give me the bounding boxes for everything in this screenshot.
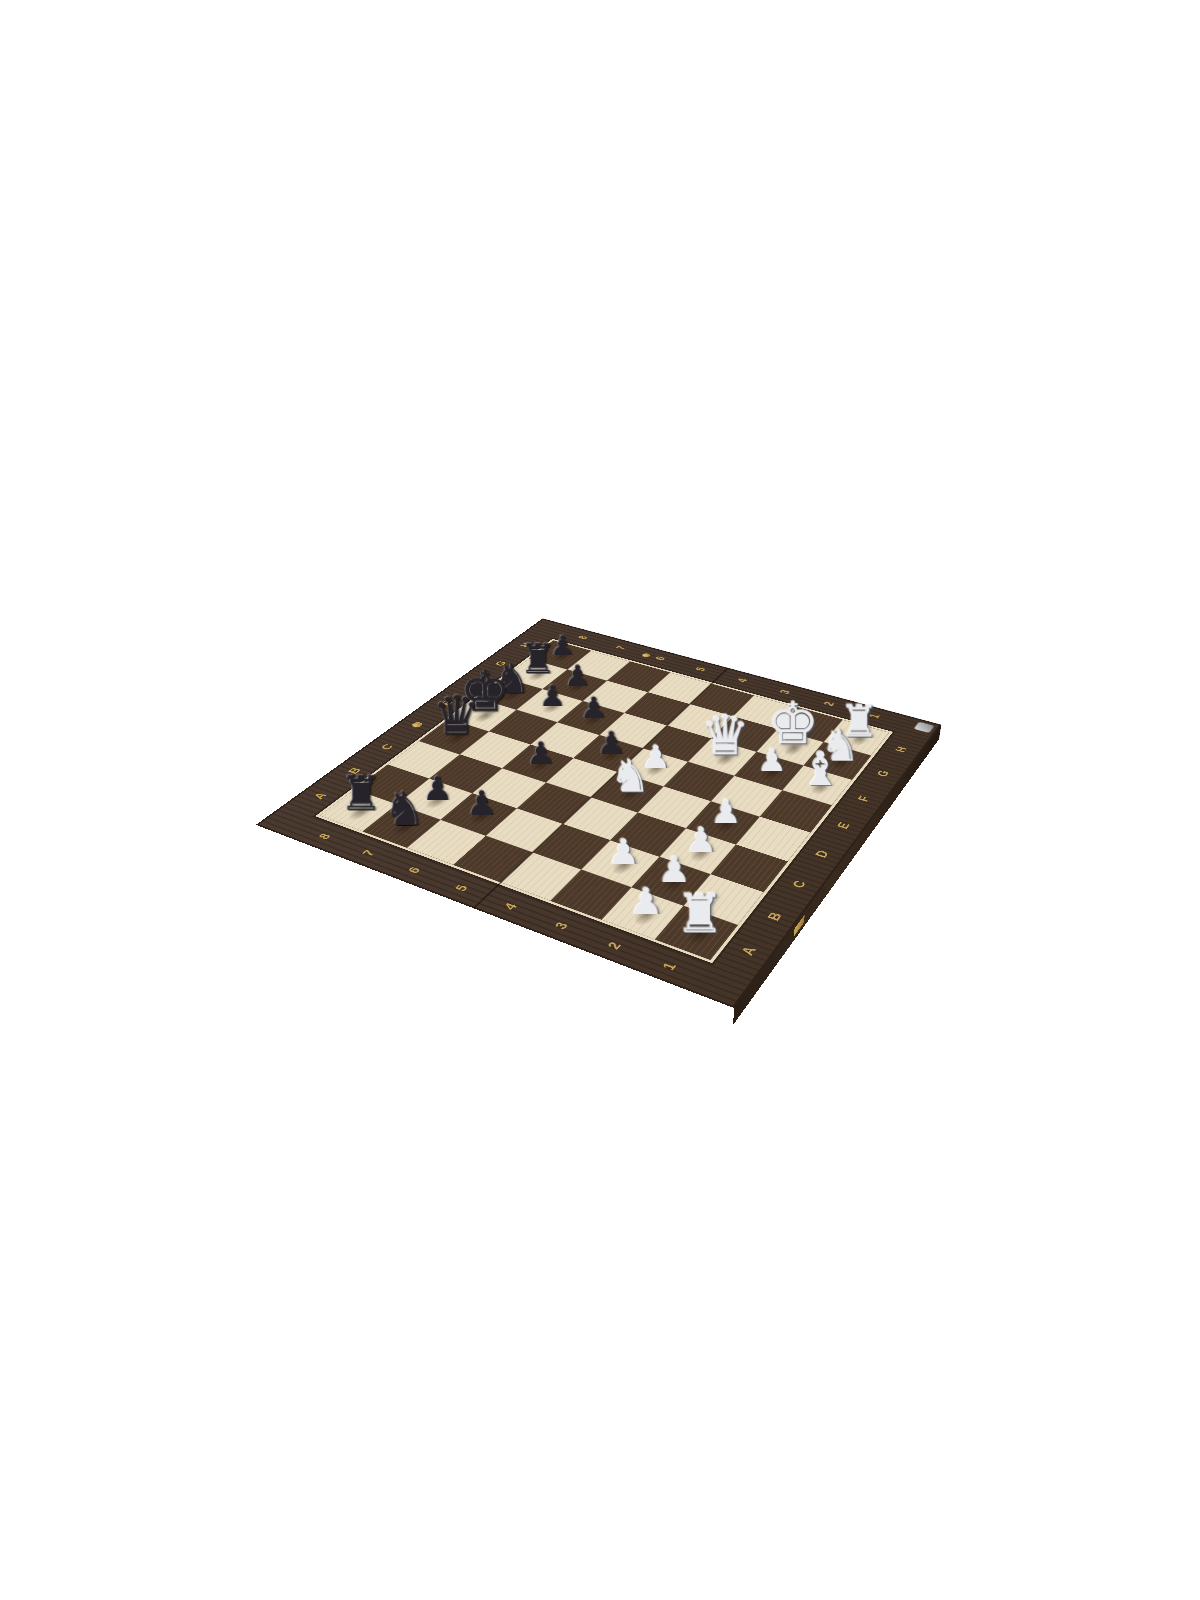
metal-corner-plate-icon <box>914 722 934 733</box>
board-frame: ABCDEFGH ABCDEFGH 87654321 87654321 ♜♛♚♞… <box>256 619 941 1009</box>
white-knight-glyph: ♞ <box>610 754 650 799</box>
white-bishop-glyph: ♝ <box>799 745 841 792</box>
black-knight-glyph: ♞ <box>383 786 425 833</box>
black-queen-glyph: ♛ <box>432 689 480 743</box>
white-queen-glyph: ♛ <box>700 708 749 763</box>
black-rook-glyph: ♜ <box>339 769 382 817</box>
coordinate-label-f: F <box>844 783 883 815</box>
white-rook-glyph: ♜ <box>675 886 724 940</box>
coordinate-label-h: H <box>882 735 918 763</box>
product-photo-chess-set: { "game": "chess", "scene": "wooden fold… <box>0 0 1200 1600</box>
brass-latch-icon <box>794 915 805 937</box>
